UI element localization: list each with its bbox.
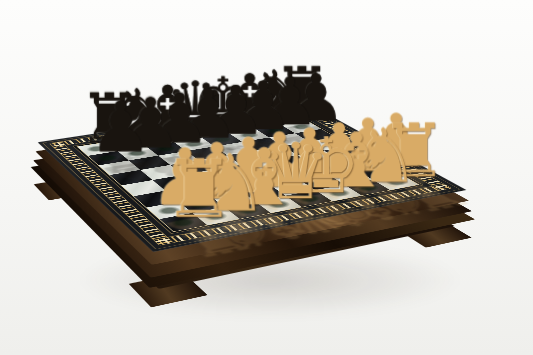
rook-glyph: ♜ <box>163 149 218 229</box>
piece-black-pawn-a7[interactable]: ♟♟ <box>87 151 128 165</box>
scene: ♜♜♞♞♝♝♛♛♚♚♝♝♞♞♜♜♟♟♟♟♟♟♟♟♟♟♟♟♟♟♟♟♟♟♟♟♟♟♟♟… <box>0 0 533 355</box>
product-photo-chess-set: ♜♜♞♞♝♝♛♛♚♚♝♝♞♞♜♜♟♟♟♟♟♟♟♟♟♟♟♟♟♟♟♟♟♟♟♟♟♟♟♟… <box>0 0 533 355</box>
chess-board: ♜♜♞♞♝♝♛♛♚♚♝♝♞♞♜♜♟♟♟♟♟♟♟♟♟♟♟♟♟♟♟♟♟♟♟♟♟♟♟♟… <box>38 102 467 252</box>
pawn-glyph: ♟ <box>89 93 137 163</box>
piece-white-rook-a1[interactable]: ♜♜ <box>159 213 206 232</box>
